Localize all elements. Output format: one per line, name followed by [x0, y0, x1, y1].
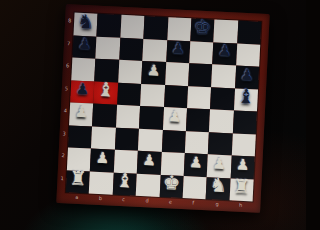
square-f5[interactable]	[187, 86, 211, 110]
piece-white-king-e1[interactable]: ♚	[163, 173, 181, 193]
file-label-f: f	[192, 201, 194, 206]
square-f1[interactable]	[183, 176, 207, 200]
square-f8[interactable]: ♚	[190, 18, 214, 42]
rank-label-2: 2	[61, 153, 64, 158]
rank-label-3: 3	[63, 131, 66, 136]
chess-board-frame: ♞♚♟♟♟♟♟♟♝♝♟♟♟♟♟♟♟♜♝♚♞♜ 87654321abcdefgh	[56, 4, 269, 213]
piece-black-king-f8[interactable]: ♚	[194, 17, 212, 37]
square-e6[interactable]	[165, 62, 189, 86]
file-label-a: a	[75, 195, 78, 200]
piece-black-bishop-h5[interactable]: ♝	[237, 87, 255, 107]
piece-white-rook-a1[interactable]: ♜	[69, 169, 87, 189]
square-d7[interactable]	[142, 38, 166, 62]
square-c5[interactable]	[117, 82, 141, 106]
square-c7[interactable]	[119, 37, 143, 61]
square-d5[interactable]	[140, 83, 164, 107]
square-f6[interactable]	[188, 63, 212, 87]
piece-white-pawn-d2[interactable]: ♟	[142, 153, 156, 169]
square-d1[interactable]	[136, 173, 160, 197]
piece-black-pawn-e7[interactable]: ♟	[171, 42, 185, 58]
square-a7[interactable]: ♟	[72, 35, 96, 59]
square-g1[interactable]: ♞	[206, 177, 230, 201]
piece-white-pawn-a4[interactable]: ♟	[74, 104, 88, 120]
square-d4[interactable]	[139, 106, 163, 130]
square-b8[interactable]	[97, 14, 121, 38]
piece-white-pawn-f2[interactable]: ♟	[189, 155, 203, 171]
square-a3[interactable]	[68, 125, 92, 149]
square-b4[interactable]	[92, 104, 116, 128]
square-c6[interactable]	[118, 60, 142, 84]
square-h8[interactable]	[237, 21, 261, 45]
square-a8[interactable]: ♞	[73, 13, 97, 37]
square-f4[interactable]	[186, 108, 210, 132]
piece-white-pawn-b2[interactable]: ♟	[95, 151, 109, 167]
file-label-g: g	[215, 202, 218, 207]
square-d3[interactable]	[138, 128, 162, 152]
file-label-d: d	[145, 198, 148, 203]
square-a4[interactable]: ♟	[69, 102, 93, 126]
rank-label-5: 5	[65, 86, 68, 91]
square-b7[interactable]	[96, 36, 120, 60]
square-g3[interactable]	[208, 132, 232, 156]
piece-white-pawn-e4[interactable]: ♟	[168, 109, 182, 125]
piece-black-pawn-a7[interactable]: ♟	[78, 37, 92, 53]
square-g6[interactable]	[211, 64, 235, 88]
file-label-h: h	[239, 203, 242, 208]
square-e7[interactable]: ♟	[166, 40, 190, 64]
square-f3[interactable]	[185, 131, 209, 155]
square-h7[interactable]	[236, 43, 260, 67]
square-a1[interactable]: ♜	[66, 170, 90, 194]
file-label-b: b	[99, 196, 102, 201]
square-e5[interactable]	[164, 85, 188, 109]
square-e4[interactable]: ♟	[162, 107, 186, 131]
piece-white-pawn-g2[interactable]: ♟	[212, 156, 226, 172]
square-b2[interactable]: ♟	[90, 149, 114, 173]
square-d8[interactable]	[144, 16, 168, 40]
square-h5[interactable]: ♝	[234, 88, 258, 112]
square-a6[interactable]	[71, 58, 95, 82]
square-a5[interactable]: ♟	[70, 80, 94, 104]
piece-white-rook-h1[interactable]: ♜	[233, 177, 251, 197]
square-f2[interactable]: ♟	[184, 153, 208, 177]
rank-label-4: 4	[64, 108, 67, 113]
rank-label-6: 6	[66, 64, 69, 69]
piece-black-pawn-a5[interactable]: ♟	[75, 82, 89, 98]
file-label-e: e	[169, 199, 172, 204]
square-h3[interactable]	[231, 133, 255, 157]
square-d6[interactable]: ♟	[141, 61, 165, 85]
square-g5[interactable]	[210, 87, 234, 111]
piece-white-pawn-h2[interactable]: ♟	[236, 157, 250, 173]
square-b3[interactable]	[91, 126, 115, 150]
file-label-c: c	[122, 197, 125, 202]
square-f7[interactable]	[189, 41, 213, 65]
chess-board-grid: ♞♚♟♟♟♟♟♟♝♝♟♟♟♟♟♟♟♜♝♚♞♜	[66, 13, 262, 202]
rank-label-7: 7	[67, 41, 70, 46]
square-g7[interactable]: ♟	[212, 42, 236, 66]
square-c8[interactable]	[120, 15, 144, 39]
square-g8[interactable]	[214, 19, 238, 43]
piece-white-bishop-c1[interactable]: ♝	[116, 171, 134, 191]
rank-label-8: 8	[68, 19, 71, 24]
piece-white-pawn-d6[interactable]: ♟	[147, 63, 161, 79]
piece-black-knight-a8[interactable]: ♞	[77, 11, 95, 31]
piece-black-pawn-g7[interactable]: ♟	[218, 44, 232, 60]
square-c4[interactable]	[116, 105, 140, 129]
rank-label-1: 1	[60, 176, 63, 181]
square-b5[interactable]: ♝	[94, 81, 118, 105]
square-b1[interactable]	[89, 171, 113, 195]
piece-white-knight-g1[interactable]: ♞	[209, 176, 227, 196]
square-e1[interactable]: ♚	[159, 174, 183, 198]
square-e3[interactable]	[161, 129, 185, 153]
square-g4[interactable]	[209, 109, 233, 133]
square-c1[interactable]: ♝	[112, 172, 136, 196]
square-c3[interactable]	[115, 127, 139, 151]
piece-white-bishop-b5[interactable]: ♝	[97, 80, 115, 100]
piece-black-pawn-h6[interactable]: ♟	[240, 67, 254, 83]
square-d2[interactable]: ♟	[137, 151, 161, 175]
square-h4[interactable]	[233, 110, 257, 134]
square-e8[interactable]	[167, 17, 191, 41]
square-h1[interactable]: ♜	[229, 178, 253, 202]
